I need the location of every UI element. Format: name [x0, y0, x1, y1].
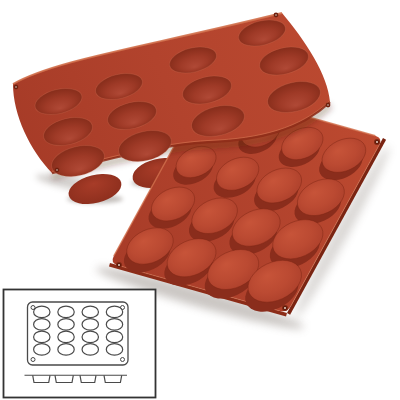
diagram-grid-oval: [106, 344, 122, 356]
screw-hole: [116, 262, 122, 268]
diagram-grid-oval: [34, 331, 50, 343]
diagram-corner-hole: [121, 358, 125, 362]
mold-product-scene: [0, 0, 400, 400]
diagram-grid-oval: [58, 344, 74, 356]
screw-hole: [374, 139, 380, 145]
screw-hole: [55, 168, 60, 173]
diagram-grid-oval: [106, 331, 122, 343]
diagram-grid-oval: [58, 306, 74, 318]
diagram-grid-oval: [58, 319, 74, 331]
diagram-grid-oval: [82, 344, 98, 356]
product-photo: [0, 0, 400, 400]
diagram-grid-oval: [82, 306, 98, 318]
diagram-corner-hole: [31, 358, 35, 362]
diagram-grid-oval: [82, 319, 98, 331]
diagram-grid-oval: [58, 331, 74, 343]
diagram-frame: [4, 290, 156, 398]
diagram-grid-oval: [106, 306, 122, 318]
diagram-grid-oval: [34, 344, 50, 356]
diagram-grid-oval: [34, 306, 50, 318]
diagram-inset: [4, 290, 156, 398]
screw-hole: [14, 85, 19, 90]
screw-hole: [282, 305, 288, 311]
diagram-grid-oval: [106, 319, 122, 331]
screw-hole: [326, 103, 331, 108]
diagram-grid-oval: [82, 331, 98, 343]
diagram-grid-oval: [34, 319, 50, 331]
screw-hole: [274, 13, 279, 18]
